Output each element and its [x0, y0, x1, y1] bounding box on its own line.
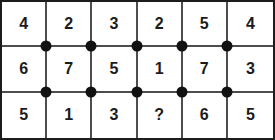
grid-cell-r3c1: 5 — [2, 93, 47, 138]
grid-cell-r2c4: 1 — [138, 47, 183, 92]
intersection-dot — [176, 41, 187, 52]
grid-cell-r3c2: 1 — [47, 93, 92, 138]
grid-cell-r3c5: 6 — [183, 93, 228, 138]
mystery-cell: ? — [138, 93, 183, 138]
intersection-dot — [41, 86, 52, 97]
intersection-dot — [221, 41, 232, 52]
grid-cell-r2c3: 5 — [92, 47, 137, 92]
intersection-dot — [131, 86, 142, 97]
grid-cell-r1c2: 2 — [47, 2, 92, 47]
intersection-dot — [131, 41, 142, 52]
grid-cell-r1c6: 4 — [228, 2, 273, 47]
grid-cell-r2c1: 6 — [2, 47, 47, 92]
intersection-dot — [41, 41, 52, 52]
grid-cell-r1c1: 4 — [2, 2, 47, 47]
grid-cell-r3c6: 5 — [228, 93, 273, 138]
grid-cell-r2c6: 3 — [228, 47, 273, 92]
grid-cell-r3c3: 3 — [92, 93, 137, 138]
intersection-dot — [221, 86, 232, 97]
grid-cell-r2c2: 7 — [47, 47, 92, 92]
grid-cell-r1c3: 3 — [92, 2, 137, 47]
grid-cell-r1c5: 5 — [183, 2, 228, 47]
intersection-dot — [86, 41, 97, 52]
intersection-dot — [86, 86, 97, 97]
grid-cell-r1c4: 2 — [138, 2, 183, 47]
puzzle-board: 423254675173513?65 — [0, 0, 275, 140]
grid-cell-r2c5: 7 — [183, 47, 228, 92]
intersection-dot — [176, 86, 187, 97]
